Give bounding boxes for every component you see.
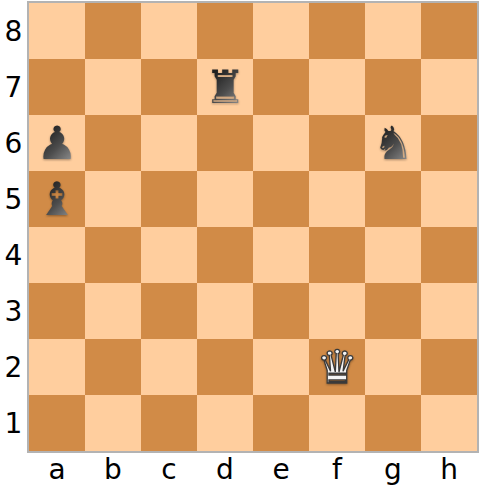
rank-label-1: 1 (0, 395, 27, 451)
square-d2[interactable] (197, 339, 253, 395)
piece-white-queen[interactable]: ♛ (316, 339, 357, 395)
square-f2[interactable]: ♛ (309, 339, 365, 395)
square-a1[interactable] (29, 395, 85, 451)
square-g3[interactable] (365, 283, 421, 339)
square-b3[interactable] (85, 283, 141, 339)
rank-label-2: 2 (0, 339, 27, 395)
square-f1[interactable] (309, 395, 365, 451)
square-b5[interactable] (85, 171, 141, 227)
square-d8[interactable] (197, 3, 253, 59)
square-b7[interactable] (85, 59, 141, 115)
file-labels: abcdefgh (29, 453, 477, 486)
square-e6[interactable] (253, 115, 309, 171)
square-e2[interactable] (253, 339, 309, 395)
square-a2[interactable] (29, 339, 85, 395)
square-a6[interactable]: ♟ (29, 115, 85, 171)
file-label-f: f (309, 453, 365, 486)
square-c2[interactable] (141, 339, 197, 395)
rank-label-7: 7 (0, 59, 27, 115)
square-h5[interactable] (421, 171, 477, 227)
square-a7[interactable] (29, 59, 85, 115)
square-h6[interactable] (421, 115, 477, 171)
file-label-c: c (141, 453, 197, 486)
square-a4[interactable] (29, 227, 85, 283)
piece-black-bishop[interactable]: ♝ (36, 171, 77, 227)
square-c7[interactable] (141, 59, 197, 115)
rank-label-3: 3 (0, 283, 27, 339)
square-g1[interactable] (365, 395, 421, 451)
square-d4[interactable] (197, 227, 253, 283)
square-f3[interactable] (309, 283, 365, 339)
square-b6[interactable] (85, 115, 141, 171)
square-f7[interactable] (309, 59, 365, 115)
square-c5[interactable] (141, 171, 197, 227)
square-c8[interactable] (141, 3, 197, 59)
square-e8[interactable] (253, 3, 309, 59)
square-a3[interactable] (29, 283, 85, 339)
rank-label-8: 8 (0, 3, 27, 59)
square-h7[interactable] (421, 59, 477, 115)
square-d1[interactable] (197, 395, 253, 451)
square-c6[interactable] (141, 115, 197, 171)
square-d3[interactable] (197, 283, 253, 339)
chess-board: ♜♟♞♝♛ (27, 1, 479, 453)
rank-labels: 87654321 (0, 3, 27, 451)
file-label-d: d (197, 453, 253, 486)
square-h4[interactable] (421, 227, 477, 283)
square-a5[interactable]: ♝ (29, 171, 85, 227)
square-b2[interactable] (85, 339, 141, 395)
square-g5[interactable] (365, 171, 421, 227)
square-h3[interactable] (421, 283, 477, 339)
square-b8[interactable] (85, 3, 141, 59)
piece-black-rook[interactable]: ♜ (204, 59, 245, 115)
piece-black-knight[interactable]: ♞ (372, 115, 413, 171)
square-g7[interactable] (365, 59, 421, 115)
square-b1[interactable] (85, 395, 141, 451)
rank-label-4: 4 (0, 227, 27, 283)
file-label-b: b (85, 453, 141, 486)
square-e3[interactable] (253, 283, 309, 339)
chess-diagram: 87654321 ♜♟♞♝♛ abcdefgh (0, 0, 480, 486)
square-f4[interactable] (309, 227, 365, 283)
square-a8[interactable] (29, 3, 85, 59)
square-h1[interactable] (421, 395, 477, 451)
square-c4[interactable] (141, 227, 197, 283)
rank-label-6: 6 (0, 115, 27, 171)
square-g2[interactable] (365, 339, 421, 395)
square-h2[interactable] (421, 339, 477, 395)
square-c1[interactable] (141, 395, 197, 451)
square-h8[interactable] (421, 3, 477, 59)
rank-label-5: 5 (0, 171, 27, 227)
file-label-h: h (421, 453, 477, 486)
piece-black-pawn[interactable]: ♟ (36, 115, 77, 171)
square-f8[interactable] (309, 3, 365, 59)
square-g6[interactable]: ♞ (365, 115, 421, 171)
square-g4[interactable] (365, 227, 421, 283)
square-e5[interactable] (253, 171, 309, 227)
square-d5[interactable] (197, 171, 253, 227)
square-e4[interactable] (253, 227, 309, 283)
square-d7[interactable]: ♜ (197, 59, 253, 115)
file-label-e: e (253, 453, 309, 486)
square-b4[interactable] (85, 227, 141, 283)
square-c3[interactable] (141, 283, 197, 339)
square-e7[interactable] (253, 59, 309, 115)
square-f5[interactable] (309, 171, 365, 227)
square-e1[interactable] (253, 395, 309, 451)
file-label-g: g (365, 453, 421, 486)
file-label-a: a (29, 453, 85, 486)
square-d6[interactable] (197, 115, 253, 171)
square-g8[interactable] (365, 3, 421, 59)
square-f6[interactable] (309, 115, 365, 171)
